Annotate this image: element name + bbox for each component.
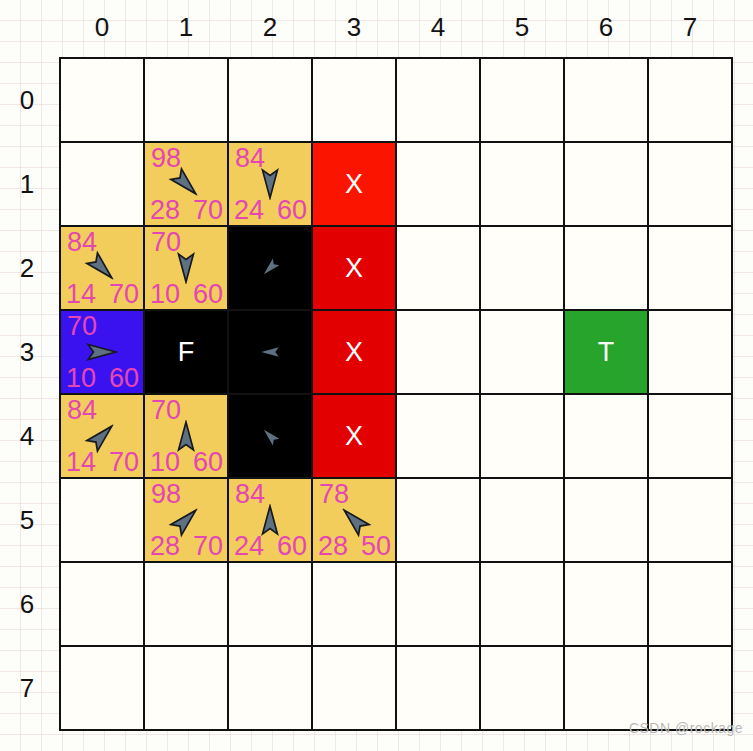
h-value: 60 bbox=[277, 195, 307, 225]
g-h-values: 2460 bbox=[234, 195, 307, 225]
g-value: 28 bbox=[150, 531, 180, 561]
cell-letter-X: X bbox=[313, 143, 395, 225]
f-value: 70 bbox=[67, 311, 97, 341]
cell-r2c0-open: 841470 bbox=[61, 227, 143, 309]
f-value: 70 bbox=[151, 395, 181, 425]
row-header-3: 3 bbox=[6, 311, 48, 393]
g-value: 28 bbox=[318, 531, 348, 561]
cell-r0c5-empty bbox=[481, 59, 563, 141]
g-h-values: 2870 bbox=[150, 195, 223, 225]
row-headers: 01234567 bbox=[6, 57, 48, 731]
parent-direction-nw-arrow-icon bbox=[256, 422, 284, 450]
cell-r2c4-empty bbox=[397, 227, 479, 309]
cell-r4c0-open: 841470 bbox=[61, 395, 143, 477]
row-header-6: 6 bbox=[6, 563, 48, 645]
f-value: 84 bbox=[67, 395, 97, 425]
cell-r3c7-empty bbox=[649, 311, 731, 393]
g-value: 10 bbox=[66, 363, 96, 393]
cell-r6c2-empty bbox=[229, 563, 311, 645]
row-header-4: 4 bbox=[6, 395, 48, 477]
cell-r2c1-open: 701060 bbox=[145, 227, 227, 309]
g-h-values: 2870 bbox=[150, 531, 223, 561]
g-value: 28 bbox=[150, 195, 180, 225]
col-header-3: 3 bbox=[313, 6, 395, 48]
cell-r3c6-target: T bbox=[565, 311, 647, 393]
cell-r2c7-empty bbox=[649, 227, 731, 309]
cell-r1c5-empty bbox=[481, 143, 563, 225]
cell-letter-X: X bbox=[313, 311, 395, 393]
parent-direction-w-arrow-icon bbox=[260, 342, 280, 362]
f-value: 98 bbox=[151, 143, 181, 173]
board-canvas: 01234567 01234567 982870842460X841470701… bbox=[0, 0, 753, 751]
cell-r7c1-empty bbox=[145, 647, 227, 729]
cell-r3c0-open_current: 701060 bbox=[61, 311, 143, 393]
h-value: 70 bbox=[109, 447, 139, 477]
h-value: 70 bbox=[109, 279, 139, 309]
cell-r5c4-empty bbox=[397, 479, 479, 561]
cell-r5c0-empty bbox=[61, 479, 143, 561]
g-value: 14 bbox=[66, 447, 96, 477]
cell-r4c7-empty bbox=[649, 395, 731, 477]
cell-r6c7-empty bbox=[649, 563, 731, 645]
g-h-values: 2460 bbox=[234, 531, 307, 561]
cell-r1c1-open: 982870 bbox=[145, 143, 227, 225]
cell-r7c4-empty bbox=[397, 647, 479, 729]
cell-r2c6-empty bbox=[565, 227, 647, 309]
g-value: 14 bbox=[66, 279, 96, 309]
cell-r7c6-empty bbox=[565, 647, 647, 729]
cell-r4c5-empty bbox=[481, 395, 563, 477]
col-header-0: 0 bbox=[61, 6, 143, 48]
cell-r5c7-empty bbox=[649, 479, 731, 561]
cell-r6c5-empty bbox=[481, 563, 563, 645]
cell-r2c3-blocked: X bbox=[313, 227, 395, 309]
g-h-values: 1470 bbox=[66, 447, 139, 477]
cell-r3c2-closed bbox=[229, 311, 311, 393]
cell-r2c2-closed bbox=[229, 227, 311, 309]
f-value: 84 bbox=[235, 143, 265, 173]
g-h-values: 1060 bbox=[150, 279, 223, 309]
parent-direction-sw-arrow-icon bbox=[256, 254, 284, 282]
cell-r7c3-empty bbox=[313, 647, 395, 729]
h-value: 50 bbox=[361, 531, 391, 561]
col-header-5: 5 bbox=[481, 6, 563, 48]
cell-r2c5-empty bbox=[481, 227, 563, 309]
row-header-2: 2 bbox=[6, 227, 48, 309]
cell-r7c5-empty bbox=[481, 647, 563, 729]
cell-r4c1-open: 701060 bbox=[145, 395, 227, 477]
cell-r7c2-empty bbox=[229, 647, 311, 729]
cell-r1c3-blocked_bright: X bbox=[313, 143, 395, 225]
cell-r4c2-closed bbox=[229, 395, 311, 477]
watermark: CSDN @rockage bbox=[629, 720, 743, 736]
f-value: 98 bbox=[151, 479, 181, 509]
cell-letter-F: F bbox=[145, 311, 227, 393]
cell-r5c2-open: 842460 bbox=[229, 479, 311, 561]
cell-r5c3-open: 782850 bbox=[313, 479, 395, 561]
row-header-0: 0 bbox=[6, 59, 48, 141]
g-h-values: 1060 bbox=[66, 363, 139, 393]
f-value: 70 bbox=[151, 227, 181, 257]
cell-r3c5-empty bbox=[481, 311, 563, 393]
h-value: 60 bbox=[193, 447, 223, 477]
cell-r3c1-closed: F bbox=[145, 311, 227, 393]
cell-r6c4-empty bbox=[397, 563, 479, 645]
g-value: 24 bbox=[234, 195, 264, 225]
cell-r6c3-empty bbox=[313, 563, 395, 645]
row-header-1: 1 bbox=[6, 143, 48, 225]
cell-r0c1-empty bbox=[145, 59, 227, 141]
g-h-values: 1060 bbox=[150, 447, 223, 477]
cell-r0c0-empty bbox=[61, 59, 143, 141]
col-header-2: 2 bbox=[229, 6, 311, 48]
f-value: 84 bbox=[235, 479, 265, 509]
h-value: 70 bbox=[193, 195, 223, 225]
f-value: 84 bbox=[67, 227, 97, 257]
cell-r0c7-empty bbox=[649, 59, 731, 141]
col-header-1: 1 bbox=[145, 6, 227, 48]
column-headers: 01234567 bbox=[59, 6, 733, 48]
cell-r5c5-empty bbox=[481, 479, 563, 561]
cell-r6c0-empty bbox=[61, 563, 143, 645]
cell-r4c4-empty bbox=[397, 395, 479, 477]
cell-letter-T: T bbox=[565, 311, 647, 393]
board-grid: 982870842460X841470701060X701060FXT84147… bbox=[59, 57, 733, 731]
cell-r1c2-open: 842460 bbox=[229, 143, 311, 225]
cell-r7c7-empty bbox=[649, 647, 731, 729]
cell-r6c6-empty bbox=[565, 563, 647, 645]
cell-r1c4-empty bbox=[397, 143, 479, 225]
col-header-7: 7 bbox=[649, 6, 731, 48]
f-value: 78 bbox=[319, 479, 349, 509]
col-header-6: 6 bbox=[565, 6, 647, 48]
h-value: 70 bbox=[193, 531, 223, 561]
g-value: 10 bbox=[150, 447, 180, 477]
cell-r0c6-empty bbox=[565, 59, 647, 141]
cell-r6c1-empty bbox=[145, 563, 227, 645]
cell-r5c1-open: 982870 bbox=[145, 479, 227, 561]
cell-r0c3-empty bbox=[313, 59, 395, 141]
cell-r0c4-empty bbox=[397, 59, 479, 141]
cell-r4c3-blocked: X bbox=[313, 395, 395, 477]
h-value: 60 bbox=[193, 279, 223, 309]
g-h-values: 2850 bbox=[318, 531, 391, 561]
col-header-4: 4 bbox=[397, 6, 479, 48]
cell-r4c6-empty bbox=[565, 395, 647, 477]
cell-r1c0-empty bbox=[61, 143, 143, 225]
cell-r3c3-blocked: X bbox=[313, 311, 395, 393]
row-header-7: 7 bbox=[6, 647, 48, 729]
cell-r3c4-empty bbox=[397, 311, 479, 393]
h-value: 60 bbox=[109, 363, 139, 393]
g-value: 24 bbox=[234, 531, 264, 561]
cell-r1c7-empty bbox=[649, 143, 731, 225]
cell-r5c6-empty bbox=[565, 479, 647, 561]
cell-r0c2-empty bbox=[229, 59, 311, 141]
cell-r1c6-empty bbox=[565, 143, 647, 225]
h-value: 60 bbox=[277, 531, 307, 561]
cell-r7c0-empty bbox=[61, 647, 143, 729]
g-h-values: 1470 bbox=[66, 279, 139, 309]
row-header-5: 5 bbox=[6, 479, 48, 561]
g-value: 10 bbox=[150, 279, 180, 309]
cell-letter-X: X bbox=[313, 227, 395, 309]
cell-letter-X: X bbox=[313, 395, 395, 477]
